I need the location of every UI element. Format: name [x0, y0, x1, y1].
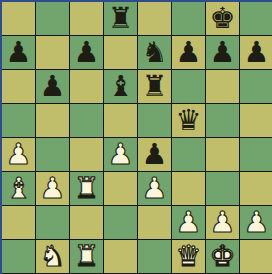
white-rook-c1[interactable]: ♜	[74, 240, 100, 273]
square-e2[interactable]	[138, 206, 171, 239]
square-e1[interactable]	[138, 240, 171, 273]
square-a4[interactable]: ♟	[2, 138, 35, 171]
black-king-g8[interactable]: ♚	[210, 2, 236, 35]
square-a8[interactable]	[2, 2, 35, 35]
square-b6[interactable]: ♟	[36, 70, 69, 103]
chess-board-frame: ♜♚♟♟♞♟♟♟♟♝♜♛♟♟♟♝♟♜♟♟♟♟♞♜♛♚	[0, 0, 272, 274]
square-g2[interactable]: ♟	[206, 206, 239, 239]
square-h1[interactable]	[240, 240, 272, 273]
black-pawn-g7[interactable]: ♟	[210, 36, 236, 69]
black-pawn-f7[interactable]: ♟	[176, 36, 202, 69]
square-g8[interactable]: ♚	[206, 2, 239, 35]
white-pawn-e3[interactable]: ♟	[142, 172, 168, 205]
square-f6[interactable]	[172, 70, 205, 103]
square-d2[interactable]	[104, 206, 137, 239]
square-g4[interactable]	[206, 138, 239, 171]
square-c3[interactable]: ♜	[70, 172, 103, 205]
square-b4[interactable]	[36, 138, 69, 171]
square-g3[interactable]	[206, 172, 239, 205]
chess-board: ♜♚♟♟♞♟♟♟♟♝♜♛♟♟♟♝♟♜♟♟♟♟♞♜♛♚	[2, 2, 272, 274]
square-c1[interactable]: ♜	[70, 240, 103, 273]
white-pawn-d4[interactable]: ♟	[108, 138, 134, 171]
square-c2[interactable]	[70, 206, 103, 239]
square-e6[interactable]: ♜	[138, 70, 171, 103]
white-pawn-h2[interactable]: ♟	[244, 206, 270, 239]
square-d5[interactable]	[104, 104, 137, 137]
black-bishop-d6[interactable]: ♝	[108, 70, 134, 103]
square-b3[interactable]: ♟	[36, 172, 69, 205]
square-c8[interactable]	[70, 2, 103, 35]
square-d1[interactable]	[104, 240, 137, 273]
square-e5[interactable]	[138, 104, 171, 137]
square-d6[interactable]: ♝	[104, 70, 137, 103]
square-e3[interactable]: ♟	[138, 172, 171, 205]
square-a3[interactable]: ♝	[2, 172, 35, 205]
square-d8[interactable]: ♜	[104, 2, 137, 35]
white-bishop-a3[interactable]: ♝	[6, 172, 32, 205]
square-a7[interactable]: ♟	[2, 36, 35, 69]
square-e4[interactable]: ♟	[138, 138, 171, 171]
black-pawn-a7[interactable]: ♟	[6, 36, 32, 69]
square-c5[interactable]	[70, 104, 103, 137]
black-queen-f5[interactable]: ♛	[176, 104, 202, 137]
black-pawn-e4[interactable]: ♟	[142, 138, 168, 171]
square-d7[interactable]	[104, 36, 137, 69]
white-knight-b1[interactable]: ♞	[40, 240, 66, 273]
square-b5[interactable]	[36, 104, 69, 137]
square-f4[interactable]	[172, 138, 205, 171]
square-d3[interactable]	[104, 172, 137, 205]
black-rook-e6[interactable]: ♜	[142, 70, 168, 103]
square-c6[interactable]	[70, 70, 103, 103]
black-knight-e7[interactable]: ♞	[142, 36, 168, 69]
square-e8[interactable]	[138, 2, 171, 35]
square-h7[interactable]: ♟	[240, 36, 272, 69]
square-f8[interactable]	[172, 2, 205, 35]
square-h8[interactable]	[240, 2, 272, 35]
square-a1[interactable]	[2, 240, 35, 273]
square-h6[interactable]	[240, 70, 272, 103]
square-g6[interactable]	[206, 70, 239, 103]
white-pawn-g2[interactable]: ♟	[210, 206, 236, 239]
black-pawn-b6[interactable]: ♟	[40, 70, 66, 103]
square-a2[interactable]	[2, 206, 35, 239]
square-g1[interactable]: ♚	[206, 240, 239, 273]
white-pawn-b3[interactable]: ♟	[40, 172, 66, 205]
square-h4[interactable]	[240, 138, 272, 171]
square-c7[interactable]: ♟	[70, 36, 103, 69]
square-a6[interactable]	[2, 70, 35, 103]
white-rook-c3[interactable]: ♜	[74, 172, 100, 205]
square-f5[interactable]: ♛	[172, 104, 205, 137]
black-pawn-c7[interactable]: ♟	[74, 36, 100, 69]
square-f7[interactable]: ♟	[172, 36, 205, 69]
black-pawn-h7[interactable]: ♟	[244, 36, 270, 69]
square-a5[interactable]	[2, 104, 35, 137]
square-g7[interactable]: ♟	[206, 36, 239, 69]
square-h3[interactable]	[240, 172, 272, 205]
square-h5[interactable]	[240, 104, 272, 137]
square-b7[interactable]	[36, 36, 69, 69]
black-rook-d8[interactable]: ♜	[108, 2, 134, 35]
square-f1[interactable]: ♛	[172, 240, 205, 273]
square-b2[interactable]	[36, 206, 69, 239]
square-h2[interactable]: ♟	[240, 206, 272, 239]
square-g5[interactable]	[206, 104, 239, 137]
square-c4[interactable]	[70, 138, 103, 171]
white-king-g1[interactable]: ♚	[210, 240, 236, 273]
white-pawn-a4[interactable]: ♟	[6, 138, 32, 171]
square-b1[interactable]: ♞	[36, 240, 69, 273]
square-d4[interactable]: ♟	[104, 138, 137, 171]
square-f3[interactable]	[172, 172, 205, 205]
square-b8[interactable]	[36, 2, 69, 35]
square-f2[interactable]: ♟	[172, 206, 205, 239]
square-e7[interactable]: ♞	[138, 36, 171, 69]
white-queen-f1[interactable]: ♛	[176, 240, 202, 273]
white-pawn-f2[interactable]: ♟	[176, 206, 202, 239]
